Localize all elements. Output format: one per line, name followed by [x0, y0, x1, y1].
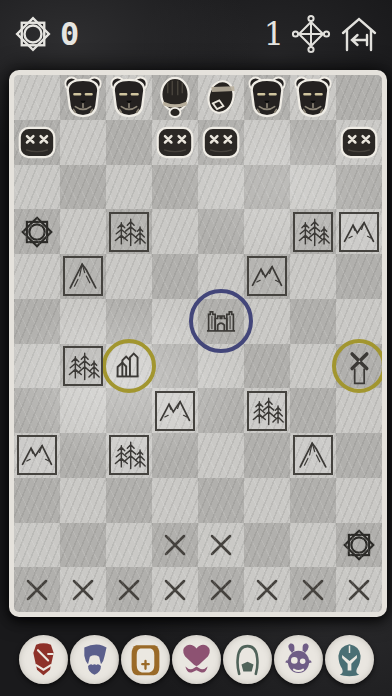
board-cell[interactable]: [336, 478, 382, 523]
character-token-blue-hooded-mask[interactable]: [70, 635, 119, 684]
board-cell[interactable]: [290, 433, 336, 478]
board-cell[interactable]: [244, 75, 290, 120]
board-cell[interactable]: [152, 209, 198, 254]
board-cell[interactable]: [290, 254, 336, 299]
board-cell[interactable]: [198, 120, 244, 165]
x-mark: [160, 530, 190, 560]
board-cell[interactable]: [106, 433, 152, 478]
game-screen: 0 1: [0, 0, 392, 696]
board-cell[interactable]: [106, 299, 152, 344]
windmill-icon: [339, 346, 379, 386]
board-cell[interactable]: [198, 567, 244, 612]
board-cell[interactable]: [14, 299, 60, 344]
character-token-mauve-beetle-helm[interactable]: [172, 635, 221, 684]
move-count-value: 1: [264, 18, 284, 50]
defeated-mask-piece[interactable]: [201, 125, 241, 160]
x-mark: [22, 575, 52, 605]
x-mark: [160, 575, 190, 605]
mountain-icon: [17, 435, 57, 475]
board-cell[interactable]: [60, 523, 106, 568]
board-cell[interactable]: [244, 209, 290, 254]
board-cell[interactable]: [290, 209, 336, 254]
board-cell[interactable]: [336, 75, 382, 120]
board-cell[interactable]: [152, 120, 198, 165]
defeated-mask-piece[interactable]: [155, 125, 195, 160]
board-cell[interactable]: [14, 344, 60, 389]
board-cell[interactable]: [106, 75, 152, 120]
board-cell[interactable]: [244, 478, 290, 523]
board-cell[interactable]: [14, 254, 60, 299]
board-cell[interactable]: [152, 75, 198, 120]
masked-beast-piece[interactable]: [201, 75, 241, 119]
board-cell[interactable]: [244, 567, 290, 612]
board-cell[interactable]: [152, 165, 198, 210]
board-cell[interactable]: [244, 165, 290, 210]
board-cell[interactable]: [14, 75, 60, 120]
x-mark: [206, 575, 236, 605]
board-cell[interactable]: [152, 478, 198, 523]
board-cell[interactable]: [290, 75, 336, 120]
character-tray: [0, 631, 392, 687]
board-cell[interactable]: [198, 209, 244, 254]
bear-piece[interactable]: [246, 75, 288, 119]
board-cell[interactable]: [198, 388, 244, 433]
forest-icon: [109, 212, 149, 252]
sun-counter: 0: [12, 13, 79, 55]
board-cell[interactable]: [244, 433, 290, 478]
board-cell[interactable]: [14, 120, 60, 165]
forest-icon: [109, 435, 149, 475]
board-cell[interactable]: [198, 75, 244, 120]
forest-icon: [293, 212, 333, 252]
board-cell[interactable]: [60, 567, 106, 612]
board-cell[interactable]: [60, 254, 106, 299]
turn-controls: 1: [264, 13, 380, 55]
x-mark: [252, 575, 282, 605]
tall-mountain-icon: [293, 435, 333, 475]
board-cell[interactable]: [60, 165, 106, 210]
board-cell[interactable]: [14, 523, 60, 568]
board-cell[interactable]: [290, 478, 336, 523]
mountain-icon: [339, 212, 379, 252]
tall-mountain-icon: [63, 256, 103, 296]
x-mark: [298, 575, 328, 605]
sun-rune-icon: [12, 13, 54, 55]
board-cell[interactable]: [244, 120, 290, 165]
board-cell[interactable]: [152, 567, 198, 612]
board-cell[interactable]: [198, 523, 244, 568]
board-cell[interactable]: [106, 523, 152, 568]
home-button[interactable]: [338, 13, 380, 55]
board-cell[interactable]: [290, 299, 336, 344]
board-cell[interactable]: [60, 299, 106, 344]
city-icon: [109, 346, 149, 386]
board-cell[interactable]: [290, 120, 336, 165]
board-cell[interactable]: [152, 523, 198, 568]
board-cell[interactable]: [14, 433, 60, 478]
board-cell[interactable]: [198, 165, 244, 210]
board-cell[interactable]: [336, 209, 382, 254]
board-cell[interactable]: [336, 567, 382, 612]
board-cell[interactable]: [106, 254, 152, 299]
board-cell[interactable]: [290, 165, 336, 210]
board-cell[interactable]: [336, 165, 382, 210]
board-cell[interactable]: [290, 523, 336, 568]
compass-rune-icon: [290, 13, 332, 55]
x-mark: [206, 530, 236, 560]
board-cell[interactable]: [152, 388, 198, 433]
board-cell[interactable]: [336, 433, 382, 478]
board-cell[interactable]: [60, 344, 106, 389]
board-cell[interactable]: [336, 299, 382, 344]
mountain-icon: [155, 391, 195, 431]
board-cell[interactable]: [106, 567, 152, 612]
board-cell[interactable]: [152, 433, 198, 478]
board-cell[interactable]: [106, 209, 152, 254]
board-cell[interactable]: [152, 344, 198, 389]
board-cell[interactable]: [198, 433, 244, 478]
board-cell[interactable]: [336, 344, 382, 389]
board-cell[interactable]: [106, 344, 152, 389]
character-token-green-open-hood[interactable]: [223, 635, 272, 684]
board-cell[interactable]: [14, 478, 60, 523]
board-cell[interactable]: [336, 120, 382, 165]
board-cell[interactable]: [14, 388, 60, 433]
board-cell[interactable]: [290, 567, 336, 612]
board-cell[interactable]: [244, 388, 290, 433]
board-cell[interactable]: [14, 165, 60, 210]
character-token-red-scarred-mask[interactable]: [19, 635, 68, 684]
board-cell[interactable]: [198, 299, 244, 344]
character-token-purple-horned-imp[interactable]: [274, 635, 323, 684]
sun-count-value: 0: [60, 18, 79, 50]
sun-rune-marker: [341, 527, 377, 563]
board-cell[interactable]: [60, 120, 106, 165]
forest-icon: [247, 391, 287, 431]
bear-piece[interactable]: [292, 75, 334, 119]
top-hud: 0 1: [0, 0, 392, 68]
bear-piece[interactable]: [62, 75, 104, 119]
x-mark: [344, 575, 374, 605]
board-cell[interactable]: [106, 165, 152, 210]
board-cell[interactable]: [60, 75, 106, 120]
game-board: [9, 70, 387, 617]
forest-icon: [63, 346, 103, 386]
board-cell[interactable]: [290, 388, 336, 433]
board-cell[interactable]: [60, 433, 106, 478]
fortress-icon: [201, 301, 241, 341]
board-cell[interactable]: [198, 478, 244, 523]
board-cell[interactable]: [290, 344, 336, 389]
board-cell[interactable]: [106, 388, 152, 433]
board-cell[interactable]: [106, 120, 152, 165]
board-cell[interactable]: [244, 254, 290, 299]
board-cell[interactable]: [152, 254, 198, 299]
board-cell[interactable]: [336, 388, 382, 433]
shaggy-beast-piece[interactable]: [155, 75, 195, 119]
defeated-mask-piece[interactable]: [17, 125, 57, 160]
board-cell[interactable]: [244, 523, 290, 568]
board-cell[interactable]: [60, 478, 106, 523]
board-cell[interactable]: [14, 567, 60, 612]
board-cell[interactable]: [336, 523, 382, 568]
board-cell[interactable]: [244, 344, 290, 389]
character-token-brown-coif-cross-mask[interactable]: [121, 635, 170, 684]
board-cell[interactable]: [106, 478, 152, 523]
board-cell[interactable]: [60, 388, 106, 433]
board-cell[interactable]: [60, 209, 106, 254]
board-cell[interactable]: [14, 209, 60, 254]
bear-piece[interactable]: [108, 75, 150, 119]
defeated-mask-piece[interactable]: [339, 125, 379, 160]
mountain-icon: [247, 256, 287, 296]
board-cell[interactable]: [336, 254, 382, 299]
character-token-teal-winged-helm[interactable]: [325, 635, 374, 684]
sun-rune-marker: [19, 214, 55, 250]
x-mark: [68, 575, 98, 605]
x-mark: [114, 575, 144, 605]
